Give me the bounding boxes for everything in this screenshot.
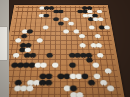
board-grid[interactable]: ●●●●●●●●●●●●●●●●●●●●●●●●●●●●●●●●●●●●●●●●… <box>0 6 121 97</box>
go-board: ●●●●●●●●●●●●●●●●●●●●●●●●●●●●●●●●●●●●●●●●… <box>0 5 125 97</box>
paper-sheet <box>0 27 7 60</box>
board-cell[interactable] <box>114 91 121 97</box>
photo-scene: ●●●●●●●●●●●●●●●●●●●●●●●●●●●●●●●●●●●●●●●●… <box>0 0 130 97</box>
goban-wood: ●●●●●●●●●●●●●●●●●●●●●●●●●●●●●●●●●●●●●●●●… <box>0 5 125 97</box>
